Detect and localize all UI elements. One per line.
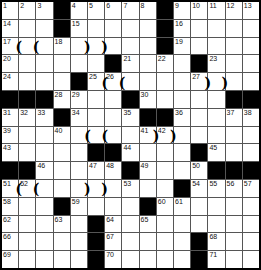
cell-r4c8[interactable]: [140, 73, 156, 90]
cell-r5c12[interactable]: [208, 91, 224, 108]
block-cell-r11c8: [140, 198, 156, 215]
cell-r4c2[interactable]: [36, 73, 52, 90]
cell-r0c10[interactable]: 9: [174, 2, 190, 19]
cell-r10c11[interactable]: 54: [191, 180, 207, 197]
cell-r8c0[interactable]: 43: [2, 144, 18, 161]
cell-r11c13[interactable]: [226, 198, 242, 215]
cell-r2c1[interactable]: (: [19, 38, 35, 55]
clue-number-11: 11: [209, 2, 216, 10]
clue-number-24: 24: [3, 73, 11, 81]
cell-r6c7[interactable]: 35: [122, 109, 138, 126]
cell-r10c6[interactable]: [105, 180, 121, 197]
clue-number-68: 68: [209, 233, 217, 241]
clue-number-30: 30: [141, 91, 149, 99]
cell-r13c12[interactable]: 68: [208, 233, 224, 250]
cell-r1c12[interactable]: [208, 20, 224, 37]
cell-r11c4[interactable]: 59: [71, 198, 87, 215]
cell-r14c14[interactable]: [243, 251, 259, 268]
block-cell-r10c10: [174, 180, 190, 197]
cell-r8c13[interactable]: [226, 144, 242, 161]
cell-r5c3[interactable]: 28: [54, 91, 70, 108]
block-cell-r3c6: [105, 55, 121, 72]
cell-r5c6[interactable]: [105, 91, 121, 108]
cell-r8c4[interactable]: [71, 144, 87, 161]
cell-r11c0[interactable]: 58: [2, 198, 18, 215]
clue-number-46: 46: [37, 162, 45, 170]
cell-r5c5[interactable]: [88, 91, 104, 108]
cell-r0c0[interactable]: 1: [2, 2, 18, 19]
cell-r8c2[interactable]: [36, 144, 52, 161]
cell-r1c7[interactable]: [122, 20, 138, 37]
cell-r11c2[interactable]: [36, 198, 52, 215]
clue-number-9: 9: [175, 2, 179, 10]
cell-r2c11[interactable]: [191, 38, 207, 55]
cell-r12c2[interactable]: [36, 216, 52, 233]
cell-r7c9[interactable]: 42): [157, 127, 173, 144]
block-cell-r5c7: [122, 91, 138, 108]
clue-number-64: 64: [106, 216, 114, 224]
clue-number-33: 33: [37, 109, 45, 117]
cell-r10c13[interactable]: 56: [226, 180, 242, 197]
block-cell-r1c3: [54, 20, 70, 37]
cell-r3c4[interactable]: [71, 55, 87, 72]
clue-number-44: 44: [123, 144, 131, 152]
block-cell-r6c8: [140, 109, 156, 126]
cell-r11c7[interactable]: [122, 198, 138, 215]
clue-number-3: 3: [37, 2, 41, 10]
cell-r8c14[interactable]: [243, 144, 259, 161]
cell-r0c13[interactable]: 12: [226, 2, 242, 19]
cell-r3c12[interactable]: 23: [208, 55, 224, 72]
clue-number-56: 56: [227, 180, 235, 188]
crossword-board: 1234567891011121314151617((18))192021222…: [0, 0, 261, 270]
cell-r3c5[interactable]: [88, 55, 104, 72]
cell-r3c14[interactable]: [243, 55, 259, 72]
cell-r12c8[interactable]: 65: [140, 216, 156, 233]
cell-r0c1[interactable]: 2: [19, 2, 35, 19]
cell-r2c3[interactable]: 18: [54, 38, 70, 55]
cell-r13c13[interactable]: [226, 233, 242, 250]
cell-r6c13[interactable]: 37: [226, 109, 242, 126]
block-cell-r5c1: [19, 91, 35, 108]
cell-r7c4[interactable]: [71, 127, 87, 144]
cell-r3c13[interactable]: [226, 55, 242, 72]
clue-number-35: 35: [123, 109, 131, 117]
cell-r5c8[interactable]: 30: [140, 91, 156, 108]
clue-number-17: 17: [3, 38, 11, 46]
clue-number-50: 50: [192, 162, 200, 170]
cell-r14c2[interactable]: [36, 251, 52, 268]
cell-r14c1[interactable]: [19, 251, 35, 268]
clue-number-49: 49: [141, 162, 149, 170]
cell-r6c10[interactable]: 36: [174, 109, 190, 126]
cell-r5c9[interactable]: [157, 91, 173, 108]
cell-r10c3[interactable]: [54, 180, 70, 197]
cell-r6c6[interactable]: [105, 109, 121, 126]
cell-r6c2[interactable]: 33: [36, 109, 52, 126]
cell-r8c10[interactable]: [174, 144, 190, 161]
clue-number-61: 61: [175, 198, 183, 206]
cell-r1c0[interactable]: 14: [2, 20, 18, 37]
cell-r2c4[interactable]: ): [71, 38, 87, 55]
cell-r13c10[interactable]: [174, 233, 190, 250]
clue-number-47: 47: [89, 162, 97, 170]
cell-r3c3[interactable]: [54, 55, 70, 72]
clue-number-54: 54: [192, 180, 200, 188]
clue-number-20: 20: [3, 55, 11, 63]
block-cell-r11c3: [54, 198, 70, 215]
clue-number-63: 63: [55, 216, 63, 224]
cell-r4c14[interactable]: [243, 73, 259, 90]
cell-r4c9[interactable]: [157, 73, 173, 90]
cell-r3c1[interactable]: [19, 55, 35, 72]
cell-r4c11[interactable]: 27): [191, 73, 207, 90]
block-cell-r13c11: [191, 233, 207, 250]
cell-r3c7[interactable]: 21: [122, 55, 138, 72]
clue-number-52: 52: [20, 180, 28, 188]
cell-r10c9[interactable]: [157, 180, 173, 197]
cell-r0c7[interactable]: 7: [122, 2, 138, 19]
cell-r7c7[interactable]: [122, 127, 138, 144]
cell-r2c14[interactable]: [243, 38, 259, 55]
cell-r7c12[interactable]: [208, 127, 224, 144]
cell-r1c2[interactable]: [36, 20, 52, 37]
cell-r1c13[interactable]: [226, 20, 242, 37]
block-cell-r6c9: [157, 109, 173, 126]
cell-r13c9[interactable]: [157, 233, 173, 250]
cell-r7c6[interactable]: (: [105, 127, 121, 144]
cell-r2c10[interactable]: 19: [174, 38, 190, 55]
cell-r6c14[interactable]: 38: [243, 109, 259, 126]
clue-number-13: 13: [244, 2, 252, 10]
clue-number-18: 18: [55, 38, 63, 46]
clue-number-39: 39: [3, 127, 11, 135]
clue-number-21: 21: [123, 55, 131, 63]
clue-number-29: 29: [72, 91, 80, 99]
cell-r9c8[interactable]: 49: [140, 162, 156, 179]
clue-number-41: 41: [141, 127, 149, 135]
block-cell-r9c0: [2, 162, 18, 179]
cell-r13c14[interactable]: [243, 233, 259, 250]
cell-r9c9[interactable]: [157, 162, 173, 179]
cell-r14c4[interactable]: [71, 251, 87, 268]
block-cell-r8c11: [191, 144, 207, 161]
cell-r13c3[interactable]: [54, 233, 70, 250]
cell-r0c11[interactable]: 10: [191, 2, 207, 19]
clue-number-69: 69: [3, 251, 11, 259]
cell-r7c11[interactable]: [191, 127, 207, 144]
cell-r7c0[interactable]: 39: [2, 127, 18, 144]
cell-r3c8[interactable]: [140, 55, 156, 72]
block-cell-r5c0: [2, 91, 18, 108]
cell-r7c13[interactable]: [226, 127, 242, 144]
block-cell-r13c5: [88, 233, 104, 250]
cell-r3c10[interactable]: [174, 55, 190, 72]
cell-r1c11[interactable]: [191, 20, 207, 37]
cell-r10c5[interactable]: ): [88, 180, 104, 197]
cell-r4c6[interactable]: 26(: [105, 73, 121, 90]
cell-r1c14[interactable]: [243, 20, 259, 37]
cell-r0c14[interactable]: 13: [243, 2, 259, 19]
cell-r12c13[interactable]: [226, 216, 242, 233]
cell-r2c8[interactable]: [140, 38, 156, 55]
clue-number-55: 55: [209, 180, 217, 188]
clue-number-70: 70: [106, 251, 114, 259]
clue-number-42: 42: [158, 127, 166, 135]
cell-r6c12[interactable]: [208, 109, 224, 126]
cell-r12c11[interactable]: [191, 216, 207, 233]
cell-r10c12[interactable]: 55: [208, 180, 224, 197]
clue-number-19: 19: [175, 38, 183, 46]
cell-r7c10[interactable]: [174, 127, 190, 144]
cell-r11c9[interactable]: 60: [157, 198, 173, 215]
cell-r4c1[interactable]: [19, 73, 35, 90]
cell-r1c10[interactable]: 16: [174, 20, 190, 37]
cell-r2c7[interactable]: [122, 38, 138, 55]
block-cell-r1c9: [157, 20, 173, 37]
block-cell-r2c9: [157, 38, 173, 55]
block-cell-r9c1: [19, 162, 35, 179]
cell-r12c3[interactable]: 63: [54, 216, 70, 233]
cell-r1c4[interactable]: 15: [71, 20, 87, 37]
cell-r10c14[interactable]: 57: [243, 180, 259, 197]
cell-r7c8[interactable]: 41): [140, 127, 156, 144]
clue-number-48: 48: [106, 162, 114, 170]
block-cell-r9c14: [243, 162, 259, 179]
cell-r3c9[interactable]: 22: [157, 55, 173, 72]
cell-r10c2[interactable]: (: [36, 180, 52, 197]
clue-number-22: 22: [158, 55, 166, 63]
clue-number-26: 26: [106, 73, 114, 81]
cell-r4c10[interactable]: [174, 73, 190, 90]
cell-r6c11[interactable]: [191, 109, 207, 126]
cell-r7c5[interactable]: (: [88, 127, 104, 144]
clue-number-43: 43: [3, 144, 11, 152]
cell-r9c11[interactable]: 50: [191, 162, 207, 179]
cell-r6c5[interactable]: [88, 109, 104, 126]
cell-r10c1[interactable]: 52(: [19, 180, 35, 197]
cell-r0c2[interactable]: 3: [36, 2, 52, 19]
block-cell-r14c5: [88, 251, 104, 268]
cell-r4c13[interactable]: [226, 73, 242, 90]
cell-r12c14[interactable]: [243, 216, 259, 233]
cell-r13c1[interactable]: [19, 233, 35, 250]
cell-r3c0[interactable]: 20: [2, 55, 18, 72]
block-cell-r9c13: [226, 162, 242, 179]
clue-number-7: 7: [123, 2, 127, 10]
cell-r14c7[interactable]: [122, 251, 138, 268]
cell-r10c7[interactable]: 53: [122, 180, 138, 197]
cell-r13c8[interactable]: [140, 233, 156, 250]
cell-r0c8[interactable]: 8: [140, 2, 156, 19]
block-cell-r12c5: [88, 216, 104, 233]
cell-r4c12[interactable]: ): [208, 73, 224, 90]
cell-r13c2[interactable]: [36, 233, 52, 250]
cell-r9c5[interactable]: 47: [88, 162, 104, 179]
clue-number-15: 15: [72, 20, 80, 28]
clue-number-28: 28: [55, 91, 63, 99]
cell-r14c10[interactable]: [174, 251, 190, 268]
cell-r4c5[interactable]: 25: [88, 73, 104, 90]
cell-r1c1[interactable]: [19, 20, 35, 37]
block-cell-r6c3: [54, 109, 70, 126]
cell-r14c13[interactable]: [226, 251, 242, 268]
clue-number-14: 14: [3, 20, 11, 28]
cell-r8c7[interactable]: 44: [122, 144, 138, 161]
cell-r11c14[interactable]: [243, 198, 259, 215]
clue-number-31: 31: [3, 109, 11, 117]
cell-r14c8[interactable]: [140, 251, 156, 268]
clue-number-32: 32: [20, 109, 28, 117]
clue-number-71: 71: [209, 251, 217, 259]
cell-r3c2[interactable]: [36, 55, 52, 72]
block-cell-r0c9: [157, 2, 173, 19]
clue-number-10: 10: [192, 2, 200, 10]
cell-r11c10[interactable]: 61: [174, 198, 190, 215]
cell-r12c12[interactable]: [208, 216, 224, 233]
clue-number-62: 62: [3, 216, 11, 224]
block-cell-r4c4: [71, 73, 87, 90]
clue-number-58: 58: [3, 198, 11, 206]
clue-number-59: 59: [72, 198, 80, 206]
clue-number-25: 25: [89, 73, 97, 81]
cell-r7c1[interactable]: [19, 127, 35, 144]
cell-r12c7[interactable]: [122, 216, 138, 233]
cell-r2c6[interactable]: [105, 38, 121, 55]
cell-r9c4[interactable]: [71, 162, 87, 179]
cell-r13c0[interactable]: 66: [2, 233, 18, 250]
block-cell-r0c3: [54, 2, 70, 19]
block-cell-r8c6: [105, 144, 121, 161]
cell-r0c6[interactable]: 6: [105, 2, 121, 19]
cell-r11c12[interactable]: [208, 198, 224, 215]
cell-r14c6[interactable]: 70: [105, 251, 121, 268]
cell-r14c3[interactable]: [54, 251, 70, 268]
cell-r0c5[interactable]: 5: [88, 2, 104, 19]
cell-r2c0[interactable]: 17: [2, 38, 18, 55]
cell-r2c5[interactable]: ): [88, 38, 104, 55]
cell-r4c3[interactable]: [54, 73, 70, 90]
cell-r13c7[interactable]: [122, 233, 138, 250]
cell-r9c10[interactable]: [174, 162, 190, 179]
cell-r10c4[interactable]: ): [71, 180, 87, 197]
block-cell-r9c12: [208, 162, 224, 179]
cell-r12c6[interactable]: 64: [105, 216, 121, 233]
clue-number-4: 4: [72, 2, 76, 10]
cell-r4c0[interactable]: 24: [2, 73, 18, 90]
cell-r9c2[interactable]: 46: [36, 162, 52, 179]
cell-r8c9[interactable]: [157, 144, 173, 161]
cell-r2c13[interactable]: [226, 38, 242, 55]
block-cell-r9c7: [122, 162, 138, 179]
cell-r1c8[interactable]: [140, 20, 156, 37]
cell-r1c5[interactable]: [88, 20, 104, 37]
cell-r8c1[interactable]: [19, 144, 35, 161]
cell-r7c14[interactable]: [243, 127, 259, 144]
block-cell-r5c13: [226, 91, 242, 108]
clue-number-1: 1: [3, 2, 7, 10]
cell-r10c8[interactable]: [140, 180, 156, 197]
clue-number-57: 57: [244, 180, 252, 188]
clue-number-45: 45: [209, 144, 217, 152]
cell-r0c12[interactable]: 11: [208, 2, 224, 19]
clue-number-23: 23: [209, 55, 217, 63]
cell-r13c6[interactable]: 67: [105, 233, 121, 250]
cell-r8c8[interactable]: [140, 144, 156, 161]
clue-number-51: 51: [3, 180, 11, 188]
clue-number-8: 8: [141, 2, 145, 10]
cell-r11c6[interactable]: [105, 198, 121, 215]
cell-r5c10[interactable]: [174, 91, 190, 108]
block-cell-r3c11: [191, 55, 207, 72]
cell-r12c9[interactable]: [157, 216, 173, 233]
cell-r11c5[interactable]: [88, 198, 104, 215]
clue-number-53: 53: [123, 180, 131, 188]
cell-r7c2[interactable]: [36, 127, 52, 144]
clue-number-65: 65: [141, 216, 149, 224]
cell-r8c3[interactable]: [54, 144, 70, 161]
cell-r11c11[interactable]: [191, 198, 207, 215]
clue-number-40: 40: [55, 127, 63, 135]
block-cell-r5c2: [36, 91, 52, 108]
cell-r5c4[interactable]: 29: [71, 91, 87, 108]
cell-r2c2[interactable]: (: [36, 38, 52, 55]
clue-number-38: 38: [244, 109, 252, 117]
clue-number-37: 37: [227, 109, 235, 117]
cell-r6c1[interactable]: 32: [19, 109, 35, 126]
clue-number-5: 5: [89, 2, 93, 10]
block-cell-r5c14: [243, 91, 259, 108]
cell-r1c6[interactable]: [105, 20, 121, 37]
clue-number-36: 36: [175, 109, 183, 117]
cell-r14c0[interactable]: 69: [2, 251, 18, 268]
clue-number-67: 67: [106, 233, 114, 241]
cell-r0c4[interactable]: 4: [71, 2, 87, 19]
cell-r5c11[interactable]: [191, 91, 207, 108]
cell-r6c0[interactable]: 31: [2, 109, 18, 126]
cell-r6c4[interactable]: 34: [71, 109, 87, 126]
cell-r9c6[interactable]: 48: [105, 162, 121, 179]
clue-number-12: 12: [227, 2, 235, 10]
cell-r14c12[interactable]: 71: [208, 251, 224, 268]
clue-number-2: 2: [20, 2, 24, 10]
clue-number-66: 66: [3, 233, 11, 241]
cell-r12c1[interactable]: [19, 216, 35, 233]
cell-r11c1[interactable]: [19, 198, 35, 215]
clue-number-6: 6: [106, 2, 110, 10]
clue-number-34: 34: [72, 109, 80, 117]
cell-r9c3[interactable]: [54, 162, 70, 179]
block-cell-r8c5: [88, 144, 104, 161]
cell-r2c12[interactable]: [208, 38, 224, 55]
cell-r13c4[interactable]: [71, 233, 87, 250]
cell-r7c3[interactable]: 40: [54, 127, 70, 144]
cell-r10c0[interactable]: 51: [2, 180, 18, 197]
cell-r12c10[interactable]: [174, 216, 190, 233]
cell-r12c0[interactable]: 62: [2, 216, 18, 233]
cell-r12c4[interactable]: [71, 216, 87, 233]
clue-number-16: 16: [175, 20, 183, 28]
cell-r14c9[interactable]: [157, 251, 173, 268]
cell-r8c12[interactable]: 45: [208, 144, 224, 161]
cell-r4c7[interactable]: (: [122, 73, 138, 90]
block-cell-r14c11: [191, 251, 207, 268]
clue-number-27: 27: [192, 73, 200, 81]
clue-number-60: 60: [158, 198, 166, 206]
